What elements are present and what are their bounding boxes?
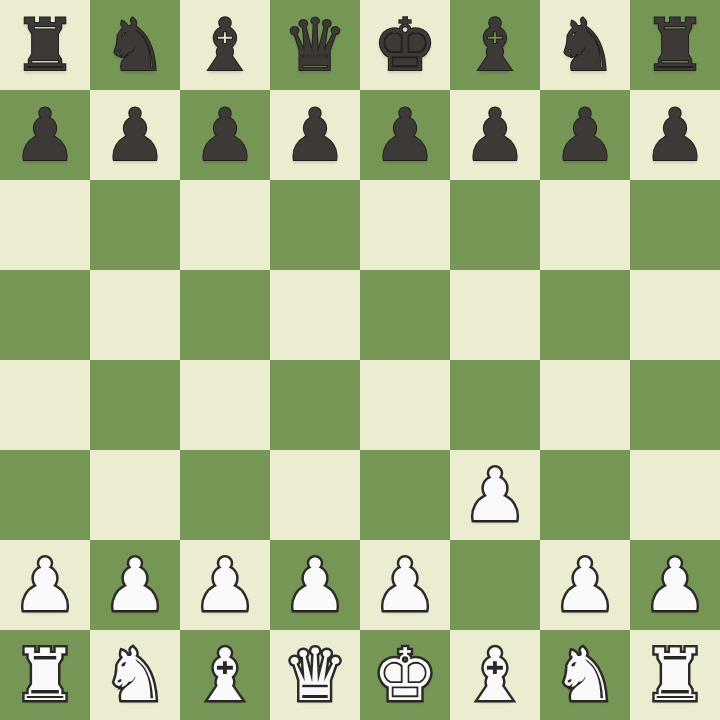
square-a6[interactable] <box>0 180 90 270</box>
square-e4[interactable] <box>360 360 450 450</box>
black-queen-icon[interactable]: ♛ <box>283 0 348 90</box>
square-a7[interactable]: ♟ <box>0 90 90 180</box>
black-pawn-icon[interactable]: ♟ <box>373 90 438 180</box>
white-pawn-icon[interactable]: ♟ <box>103 540 168 630</box>
square-h2[interactable]: ♟ <box>630 540 720 630</box>
square-f5[interactable] <box>450 270 540 360</box>
white-knight-icon[interactable]: ♞ <box>103 630 168 720</box>
square-a5[interactable] <box>0 270 90 360</box>
white-queen-icon[interactable]: ♛ <box>283 630 348 720</box>
square-b6[interactable] <box>90 180 180 270</box>
square-e8[interactable]: ♚ <box>360 0 450 90</box>
square-c3[interactable] <box>180 450 270 540</box>
square-f8[interactable]: ♝ <box>450 0 540 90</box>
square-g4[interactable] <box>540 360 630 450</box>
square-f4[interactable] <box>450 360 540 450</box>
square-c7[interactable]: ♟ <box>180 90 270 180</box>
white-pawn-icon[interactable]: ♟ <box>193 540 258 630</box>
square-f2[interactable] <box>450 540 540 630</box>
square-a4[interactable] <box>0 360 90 450</box>
white-pawn-icon[interactable]: ♟ <box>283 540 348 630</box>
black-pawn-icon[interactable]: ♟ <box>463 90 528 180</box>
square-f6[interactable] <box>450 180 540 270</box>
square-d8[interactable]: ♛ <box>270 0 360 90</box>
black-pawn-icon[interactable]: ♟ <box>553 90 618 180</box>
square-h7[interactable]: ♟ <box>630 90 720 180</box>
black-knight-icon[interactable]: ♞ <box>553 0 618 90</box>
black-pawn-icon[interactable]: ♟ <box>643 90 708 180</box>
black-pawn-icon[interactable]: ♟ <box>103 90 168 180</box>
square-h3[interactable] <box>630 450 720 540</box>
square-e7[interactable]: ♟ <box>360 90 450 180</box>
square-c5[interactable] <box>180 270 270 360</box>
square-b1[interactable]: ♞ <box>90 630 180 720</box>
black-pawn-icon[interactable]: ♟ <box>193 90 258 180</box>
square-d7[interactable]: ♟ <box>270 90 360 180</box>
square-c6[interactable] <box>180 180 270 270</box>
black-pawn-icon[interactable]: ♟ <box>13 90 78 180</box>
white-bishop-icon[interactable]: ♝ <box>463 630 528 720</box>
square-c8[interactable]: ♝ <box>180 0 270 90</box>
white-pawn-icon[interactable]: ♟ <box>13 540 78 630</box>
square-d1[interactable]: ♛ <box>270 630 360 720</box>
square-h8[interactable]: ♜ <box>630 0 720 90</box>
square-h6[interactable] <box>630 180 720 270</box>
white-bishop-icon[interactable]: ♝ <box>193 630 258 720</box>
square-a1[interactable]: ♜ <box>0 630 90 720</box>
square-b5[interactable] <box>90 270 180 360</box>
square-f7[interactable]: ♟ <box>450 90 540 180</box>
square-c4[interactable] <box>180 360 270 450</box>
black-king-icon[interactable]: ♚ <box>373 0 438 90</box>
square-e2[interactable]: ♟ <box>360 540 450 630</box>
square-e1[interactable]: ♚ <box>360 630 450 720</box>
square-d5[interactable] <box>270 270 360 360</box>
black-pawn-icon[interactable]: ♟ <box>283 90 348 180</box>
white-rook-icon[interactable]: ♜ <box>643 630 708 720</box>
square-b3[interactable] <box>90 450 180 540</box>
square-b8[interactable]: ♞ <box>90 0 180 90</box>
square-a3[interactable] <box>0 450 90 540</box>
square-d4[interactable] <box>270 360 360 450</box>
white-pawn-icon[interactable]: ♟ <box>553 540 618 630</box>
white-pawn-icon[interactable]: ♟ <box>373 540 438 630</box>
square-a8[interactable]: ♜ <box>0 0 90 90</box>
black-bishop-icon[interactable]: ♝ <box>193 0 258 90</box>
square-a2[interactable]: ♟ <box>0 540 90 630</box>
square-f3[interactable]: ♟ <box>450 450 540 540</box>
square-e5[interactable] <box>360 270 450 360</box>
square-b4[interactable] <box>90 360 180 450</box>
square-h5[interactable] <box>630 270 720 360</box>
square-h1[interactable]: ♜ <box>630 630 720 720</box>
square-g6[interactable] <box>540 180 630 270</box>
square-e6[interactable] <box>360 180 450 270</box>
black-bishop-icon[interactable]: ♝ <box>463 0 528 90</box>
square-g2[interactable]: ♟ <box>540 540 630 630</box>
square-d2[interactable]: ♟ <box>270 540 360 630</box>
square-f1[interactable]: ♝ <box>450 630 540 720</box>
chess-board: ♜♞♝♛♚♝♞♜♟♟♟♟♟♟♟♟♟♟♟♟♟♟♟♟♜♞♝♛♚♝♞♜ <box>0 0 720 720</box>
square-h4[interactable] <box>630 360 720 450</box>
square-b7[interactable]: ♟ <box>90 90 180 180</box>
square-g1[interactable]: ♞ <box>540 630 630 720</box>
white-rook-icon[interactable]: ♜ <box>13 630 78 720</box>
black-rook-icon[interactable]: ♜ <box>643 0 708 90</box>
square-c2[interactable]: ♟ <box>180 540 270 630</box>
square-b2[interactable]: ♟ <box>90 540 180 630</box>
square-g8[interactable]: ♞ <box>540 0 630 90</box>
white-knight-icon[interactable]: ♞ <box>553 630 618 720</box>
square-d3[interactable] <box>270 450 360 540</box>
black-knight-icon[interactable]: ♞ <box>103 0 168 90</box>
white-pawn-icon[interactable]: ♟ <box>463 450 528 540</box>
square-e3[interactable] <box>360 450 450 540</box>
white-pawn-icon[interactable]: ♟ <box>643 540 708 630</box>
black-rook-icon[interactable]: ♜ <box>13 0 78 90</box>
square-g3[interactable] <box>540 450 630 540</box>
square-g7[interactable]: ♟ <box>540 90 630 180</box>
white-king-icon[interactable]: ♚ <box>373 630 438 720</box>
square-g5[interactable] <box>540 270 630 360</box>
square-c1[interactable]: ♝ <box>180 630 270 720</box>
square-d6[interactable] <box>270 180 360 270</box>
